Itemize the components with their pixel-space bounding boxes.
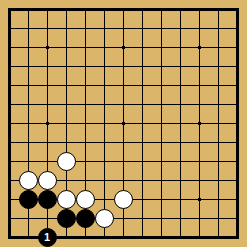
black-stone [57,209,76,228]
white-stone [114,190,133,209]
white-stone [19,171,38,190]
board-grid: 1 [0,0,247,247]
white-stone [76,190,95,209]
black-stone: 1 [38,228,57,247]
black-stone [76,209,95,228]
go-board-diagram: 1 [0,0,247,247]
white-stone [57,190,76,209]
white-stone [38,171,57,190]
black-stone [19,190,38,209]
white-stone [57,152,76,171]
white-stone [95,209,114,228]
black-stone [38,190,57,209]
move-number-label: 1 [44,232,50,243]
